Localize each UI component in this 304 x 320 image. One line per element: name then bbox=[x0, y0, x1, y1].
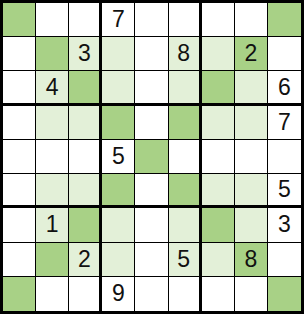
cell-r3c6[interactable] bbox=[202, 106, 235, 140]
cell-r4c2[interactable] bbox=[69, 140, 102, 174]
cell-r0c2[interactable] bbox=[69, 3, 102, 37]
cell-r0c5[interactable] bbox=[169, 3, 202, 37]
cell-r2c5[interactable] bbox=[169, 71, 202, 105]
cell-r7c5[interactable]: 5 bbox=[169, 243, 202, 277]
cell-r1c4[interactable] bbox=[135, 37, 168, 71]
cell-r3c2[interactable] bbox=[69, 106, 102, 140]
cell-r3c1[interactable] bbox=[36, 106, 69, 140]
cell-r5c4[interactable] bbox=[135, 174, 168, 208]
cell-r7c2[interactable]: 2 bbox=[69, 243, 102, 277]
cell-r3c4[interactable] bbox=[135, 106, 168, 140]
cell-r7c8[interactable] bbox=[268, 243, 301, 277]
cell-r8c1[interactable] bbox=[36, 277, 69, 311]
cell-r1c2[interactable]: 3 bbox=[69, 37, 102, 71]
cell-r6c1[interactable]: 1 bbox=[36, 208, 69, 242]
cell-r8c6[interactable] bbox=[202, 277, 235, 311]
cell-r7c7[interactable]: 8 bbox=[235, 243, 268, 277]
cell-r6c8[interactable]: 3 bbox=[268, 208, 301, 242]
cell-r5c0[interactable] bbox=[3, 174, 36, 208]
cell-r5c1[interactable] bbox=[36, 174, 69, 208]
cell-r1c6[interactable] bbox=[202, 37, 235, 71]
cell-r8c0[interactable] bbox=[3, 277, 36, 311]
cell-r2c8[interactable]: 6 bbox=[268, 71, 301, 105]
cell-r2c0[interactable] bbox=[3, 71, 36, 105]
cell-r8c3[interactable]: 9 bbox=[102, 277, 135, 311]
sudoku-board: 738246755132589 bbox=[0, 0, 304, 314]
cell-r0c1[interactable] bbox=[36, 3, 69, 37]
cell-r7c4[interactable] bbox=[135, 243, 168, 277]
cell-r4c0[interactable] bbox=[3, 140, 36, 174]
cell-r6c7[interactable] bbox=[235, 208, 268, 242]
cell-r0c3[interactable]: 7 bbox=[102, 3, 135, 37]
cell-r6c2[interactable] bbox=[69, 208, 102, 242]
cell-r0c6[interactable] bbox=[202, 3, 235, 37]
cell-r7c0[interactable] bbox=[3, 243, 36, 277]
cell-r5c5[interactable] bbox=[169, 174, 202, 208]
cell-r5c6[interactable] bbox=[202, 174, 235, 208]
cell-r1c7[interactable]: 2 bbox=[235, 37, 268, 71]
cell-r3c8[interactable]: 7 bbox=[268, 106, 301, 140]
cell-r4c1[interactable] bbox=[36, 140, 69, 174]
cell-r3c3[interactable] bbox=[102, 106, 135, 140]
cell-r1c8[interactable] bbox=[268, 37, 301, 71]
cell-r8c5[interactable] bbox=[169, 277, 202, 311]
cell-r7c1[interactable] bbox=[36, 243, 69, 277]
cell-r2c1[interactable]: 4 bbox=[36, 71, 69, 105]
cell-r6c5[interactable] bbox=[169, 208, 202, 242]
cell-r5c2[interactable] bbox=[69, 174, 102, 208]
cell-r0c7[interactable] bbox=[235, 3, 268, 37]
cell-r4c7[interactable] bbox=[235, 140, 268, 174]
cell-r8c2[interactable] bbox=[69, 277, 102, 311]
cell-r7c3[interactable] bbox=[102, 243, 135, 277]
cell-r4c8[interactable] bbox=[268, 140, 301, 174]
cell-r2c7[interactable] bbox=[235, 71, 268, 105]
cell-r1c5[interactable]: 8 bbox=[169, 37, 202, 71]
cell-r6c3[interactable] bbox=[102, 208, 135, 242]
cell-r3c5[interactable] bbox=[169, 106, 202, 140]
cell-r2c6[interactable] bbox=[202, 71, 235, 105]
cell-r0c0[interactable] bbox=[3, 3, 36, 37]
cell-r4c3[interactable]: 5 bbox=[102, 140, 135, 174]
cell-r5c8[interactable]: 5 bbox=[268, 174, 301, 208]
cell-r7c6[interactable] bbox=[202, 243, 235, 277]
cell-r5c3[interactable] bbox=[102, 174, 135, 208]
cell-r5c7[interactable] bbox=[235, 174, 268, 208]
cell-r6c0[interactable] bbox=[3, 208, 36, 242]
cell-r8c8[interactable] bbox=[268, 277, 301, 311]
cell-r0c8[interactable] bbox=[268, 3, 301, 37]
cell-r2c4[interactable] bbox=[135, 71, 168, 105]
cell-r4c4[interactable] bbox=[135, 140, 168, 174]
cell-r2c2[interactable] bbox=[69, 71, 102, 105]
cell-r3c7[interactable] bbox=[235, 106, 268, 140]
cell-r0c4[interactable] bbox=[135, 3, 168, 37]
cell-r4c5[interactable] bbox=[169, 140, 202, 174]
cell-r6c4[interactable] bbox=[135, 208, 168, 242]
cell-r4c6[interactable] bbox=[202, 140, 235, 174]
cell-r1c3[interactable] bbox=[102, 37, 135, 71]
cell-r6c6[interactable] bbox=[202, 208, 235, 242]
cell-r1c0[interactable] bbox=[3, 37, 36, 71]
cell-r8c7[interactable] bbox=[235, 277, 268, 311]
cell-r1c1[interactable] bbox=[36, 37, 69, 71]
cell-r3c0[interactable] bbox=[3, 106, 36, 140]
cell-r8c4[interactable] bbox=[135, 277, 168, 311]
cell-r2c3[interactable] bbox=[102, 71, 135, 105]
